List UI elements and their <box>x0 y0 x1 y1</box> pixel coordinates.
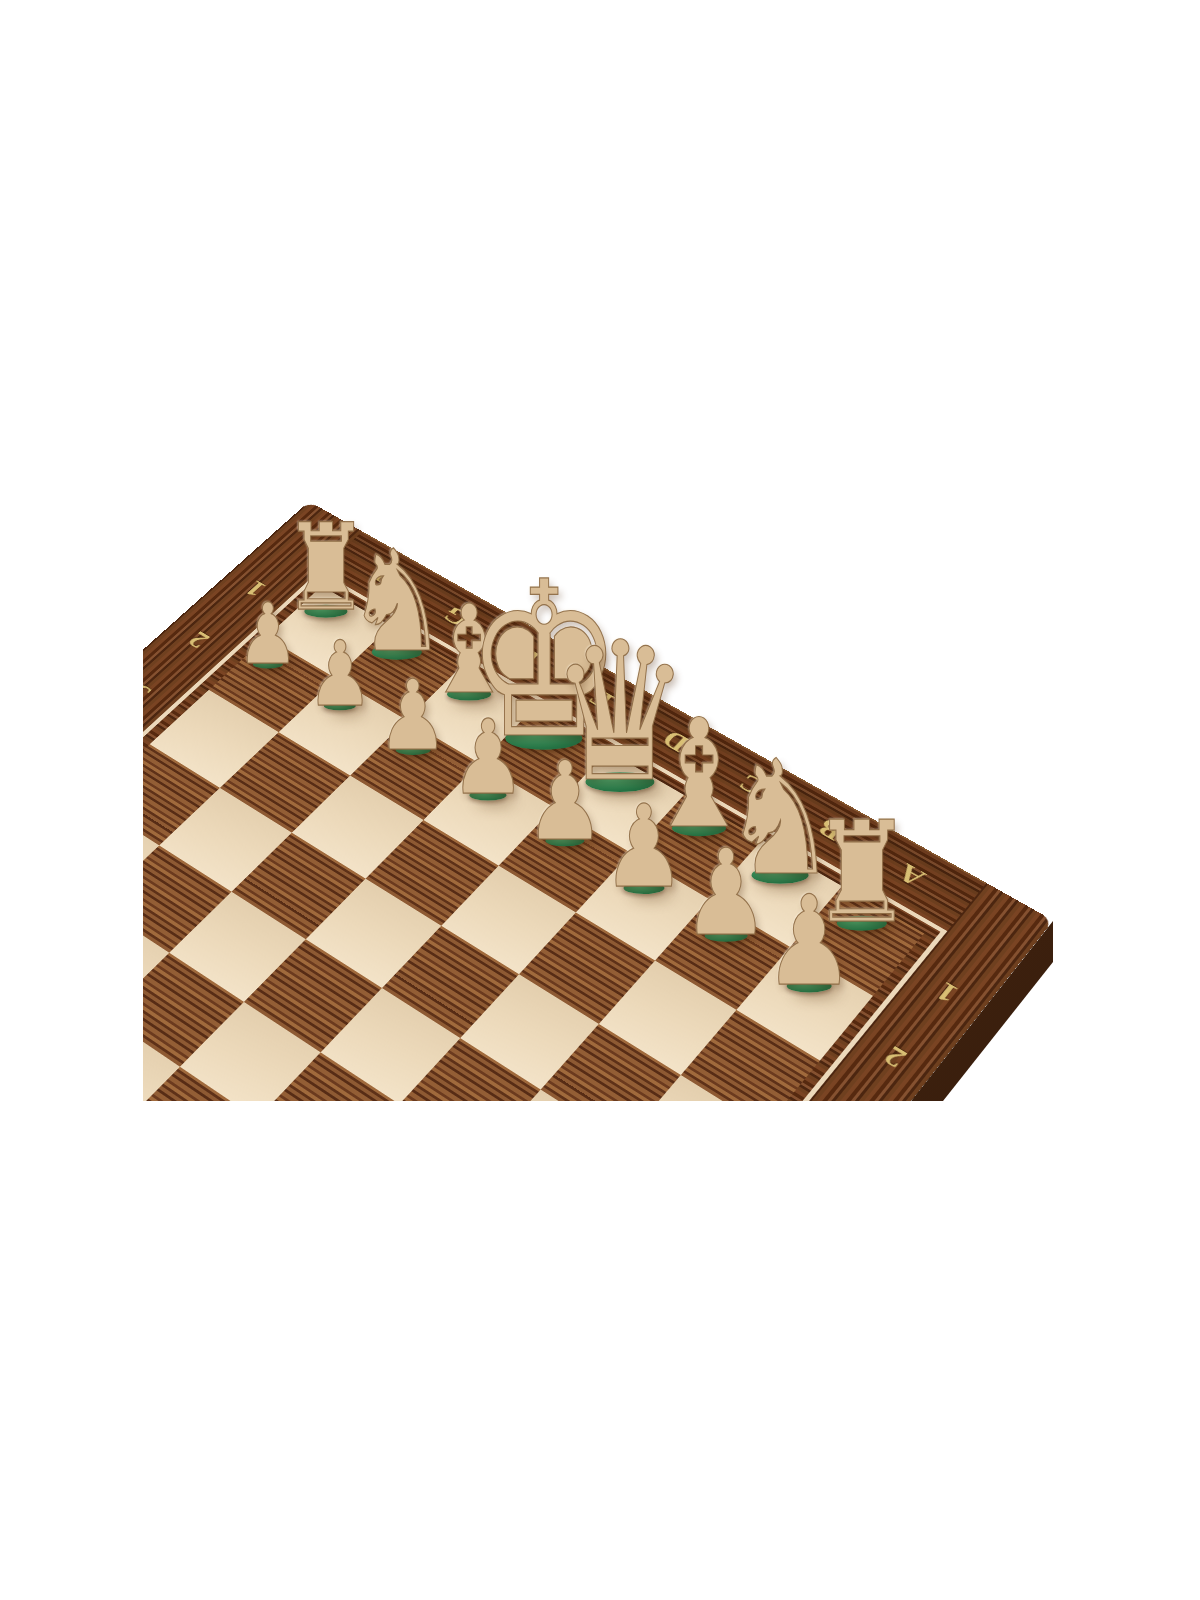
white-pawn-icon: ♟ <box>682 834 769 953</box>
white-pawn-icon: ♟ <box>307 629 373 719</box>
white-pawn-icon: ♟ <box>450 706 526 809</box>
white-pawn-icon: ♟ <box>237 592 299 676</box>
pieces-layer: ♜♞♟♝♟♚♟♛♟♝♟♞♟♜♟♟ <box>143 420 1063 1101</box>
product-photo: AABBCCDDEEFFGGHH1122334455667788 ♜♞♟♝♟♚♟… <box>0 0 1200 1600</box>
white-pawn-icon: ♟ <box>525 747 605 856</box>
white-pawn-icon: ♟ <box>763 879 854 1003</box>
photo-crop-area: AABBCCDDEEFFGGHH1122334455667788 ♜♞♟♝♟♚♟… <box>143 420 1063 1101</box>
white-pawn-icon: ♟ <box>377 667 448 764</box>
white-pawn-icon: ♟ <box>602 790 686 904</box>
